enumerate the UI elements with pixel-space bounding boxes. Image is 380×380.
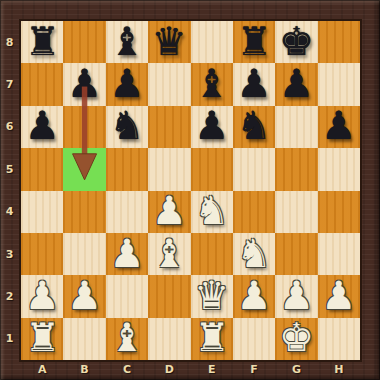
black-rook[interactable]: ♜: [25, 22, 60, 61]
square-g7[interactable]: ♟: [275, 63, 317, 105]
black-pawn[interactable]: ♟: [279, 64, 314, 103]
square-e8[interactable]: [191, 21, 233, 63]
square-b6[interactable]: [63, 106, 105, 148]
square-f3[interactable]: ♞: [233, 233, 275, 275]
file-label-e: E: [191, 360, 233, 378]
square-a1[interactable]: ♜: [21, 318, 63, 360]
rank-label-3: 3: [0, 233, 19, 275]
white-king[interactable]: ♚: [279, 318, 314, 357]
square-f8[interactable]: ♜: [233, 21, 275, 63]
rank-label-5: 5: [0, 148, 19, 190]
square-c4[interactable]: [106, 191, 148, 233]
white-pawn[interactable]: ♟: [321, 276, 356, 315]
rank-label-2: 2: [0, 275, 19, 317]
square-b1[interactable]: [63, 318, 105, 360]
square-e3[interactable]: [191, 233, 233, 275]
square-e4[interactable]: ♞: [191, 191, 233, 233]
square-g4[interactable]: [275, 191, 317, 233]
square-a4[interactable]: [21, 191, 63, 233]
chess-board: ♜♝♛♜♚♟♟♝♟♟♟♞♟♞♟♟♞♟♝♞♟♟♛♟♟♟♜♝♜♚: [19, 19, 362, 362]
rank-label-1: 1: [0, 318, 19, 360]
square-c8[interactable]: ♝: [106, 21, 148, 63]
white-bishop[interactable]: ♝: [109, 318, 144, 357]
square-g2[interactable]: ♟: [275, 275, 317, 317]
black-pawn[interactable]: ♟: [321, 106, 356, 145]
square-h1[interactable]: [318, 318, 360, 360]
black-pawn[interactable]: ♟: [194, 106, 229, 145]
black-pawn[interactable]: ♟: [109, 64, 144, 103]
white-knight[interactable]: ♞: [237, 234, 272, 273]
square-g1[interactable]: ♚: [275, 318, 317, 360]
file-label-b: B: [63, 360, 105, 378]
file-label-f: F: [233, 360, 275, 378]
square-h7[interactable]: [318, 63, 360, 105]
white-pawn[interactable]: ♟: [237, 276, 272, 315]
square-f7[interactable]: ♟: [233, 63, 275, 105]
black-bishop[interactable]: ♝: [194, 64, 229, 103]
square-e5[interactable]: [191, 148, 233, 190]
square-a8[interactable]: ♜: [21, 21, 63, 63]
square-g3[interactable]: [275, 233, 317, 275]
black-king[interactable]: ♚: [279, 22, 314, 61]
square-b2[interactable]: ♟: [63, 275, 105, 317]
square-g5[interactable]: [275, 148, 317, 190]
black-queen[interactable]: ♛: [152, 22, 187, 61]
square-b8[interactable]: [63, 21, 105, 63]
square-b7[interactable]: ♟: [63, 63, 105, 105]
square-d4[interactable]: ♟: [148, 191, 190, 233]
file-label-h: H: [318, 360, 360, 378]
square-a5[interactable]: [21, 148, 63, 190]
square-a6[interactable]: ♟: [21, 106, 63, 148]
square-d5[interactable]: [148, 148, 190, 190]
white-rook[interactable]: ♜: [25, 318, 60, 357]
square-c6[interactable]: ♞: [106, 106, 148, 148]
square-h4[interactable]: [318, 191, 360, 233]
square-d8[interactable]: ♛: [148, 21, 190, 63]
white-pawn[interactable]: ♟: [25, 276, 60, 315]
square-b4[interactable]: [63, 191, 105, 233]
white-bishop[interactable]: ♝: [152, 234, 187, 273]
square-f4[interactable]: [233, 191, 275, 233]
rank-label-7: 7: [0, 63, 19, 105]
white-pawn[interactable]: ♟: [152, 191, 187, 230]
rank-label-4: 4: [0, 191, 19, 233]
square-f6[interactable]: ♞: [233, 106, 275, 148]
black-pawn[interactable]: ♟: [237, 64, 272, 103]
chess-board-frame: 87654321 ♜♝♛♜♚♟♟♝♟♟♟♞♟♞♟♟♞♟♝♞♟♟♛♟♟♟♜♝♜♚ …: [0, 0, 380, 380]
rank-labels: 87654321: [0, 21, 19, 360]
black-knight[interactable]: ♞: [237, 106, 272, 145]
white-pawn[interactable]: ♟: [109, 234, 144, 273]
white-pawn[interactable]: ♟: [67, 276, 102, 315]
square-b3[interactable]: [63, 233, 105, 275]
black-knight[interactable]: ♞: [109, 106, 144, 145]
square-h6[interactable]: ♟: [318, 106, 360, 148]
square-e2[interactable]: ♛: [191, 275, 233, 317]
file-labels: ABCDEFGH: [21, 360, 360, 378]
square-f5[interactable]: [233, 148, 275, 190]
white-queen[interactable]: ♛: [194, 276, 229, 315]
rank-label-8: 8: [0, 21, 19, 63]
square-h3[interactable]: [318, 233, 360, 275]
white-pawn[interactable]: ♟: [279, 276, 314, 315]
square-e1[interactable]: ♜: [191, 318, 233, 360]
square-d3[interactable]: ♝: [148, 233, 190, 275]
square-a3[interactable]: [21, 233, 63, 275]
square-h8[interactable]: [318, 21, 360, 63]
file-label-d: D: [148, 360, 190, 378]
rank-label-6: 6: [0, 106, 19, 148]
square-c5[interactable]: [106, 148, 148, 190]
square-d1[interactable]: [148, 318, 190, 360]
square-h2[interactable]: ♟: [318, 275, 360, 317]
square-f1[interactable]: [233, 318, 275, 360]
square-c2[interactable]: [106, 275, 148, 317]
square-d7[interactable]: [148, 63, 190, 105]
black-rook[interactable]: ♜: [237, 22, 272, 61]
black-pawn[interactable]: ♟: [67, 64, 102, 103]
square-a7[interactable]: [21, 63, 63, 105]
square-e7[interactable]: ♝: [191, 63, 233, 105]
black-bishop[interactable]: ♝: [109, 22, 144, 61]
square-f2[interactable]: ♟: [233, 275, 275, 317]
square-h5[interactable]: [318, 148, 360, 190]
white-rook[interactable]: ♜: [194, 318, 229, 357]
square-d2[interactable]: [148, 275, 190, 317]
white-knight[interactable]: ♞: [194, 191, 229, 230]
square-c3[interactable]: ♟: [106, 233, 148, 275]
square-c7[interactable]: ♟: [106, 63, 148, 105]
square-g6[interactable]: [275, 106, 317, 148]
square-b5[interactable]: [63, 148, 105, 190]
square-g8[interactable]: ♚: [275, 21, 317, 63]
file-label-a: A: [21, 360, 63, 378]
file-label-g: G: [275, 360, 317, 378]
square-e6[interactable]: ♟: [191, 106, 233, 148]
square-c1[interactable]: ♝: [106, 318, 148, 360]
black-pawn[interactable]: ♟: [25, 106, 60, 145]
square-d6[interactable]: [148, 106, 190, 148]
file-label-c: C: [106, 360, 148, 378]
square-a2[interactable]: ♟: [21, 275, 63, 317]
